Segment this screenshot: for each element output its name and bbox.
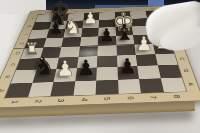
black-knight-b2: ♞ (33, 55, 56, 81)
black-bishop-e6: ♝ (114, 21, 134, 44)
black-pawn-e5: ♟ (98, 26, 115, 45)
white-knight-f3: ♞ (63, 16, 82, 37)
black-pawn-b4: ♟ (76, 57, 96, 79)
black-pawn-b6: ♟ (118, 56, 138, 78)
white-pawn-g4: ♟ (83, 11, 98, 28)
white-pawn-b3: ♟ (55, 58, 75, 80)
photo-canvas: 12345678 12345678 ABCDEFGH ABCDEFGH ♚♝♞♜… (0, 0, 200, 133)
black-knight-g2: ♞ (49, 9, 67, 29)
white-king-f6: ♚ (112, 10, 135, 35)
black-pawn-f2: ♟ (48, 19, 64, 37)
white-rook-d1: ♜ (25, 41, 40, 57)
black-king-h2: ♚ (49, 0, 70, 21)
